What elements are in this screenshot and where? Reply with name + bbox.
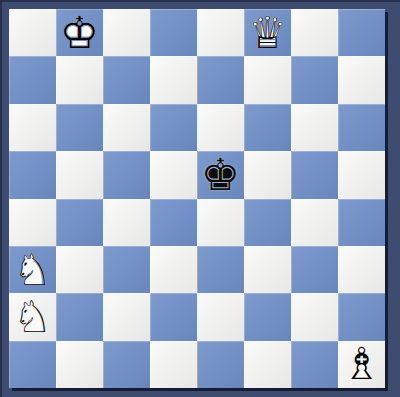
square-c6[interactable] bbox=[103, 104, 150, 151]
square-f5[interactable] bbox=[244, 151, 291, 198]
piece-white-knight[interactable]: ♞♘ bbox=[9, 246, 56, 293]
square-g6[interactable] bbox=[291, 104, 338, 151]
square-g1[interactable] bbox=[291, 341, 338, 388]
square-e3[interactable] bbox=[197, 246, 244, 293]
queen-glyph-outline: ♕ bbox=[244, 9, 291, 56]
square-b2[interactable] bbox=[56, 293, 103, 340]
square-a4[interactable] bbox=[9, 199, 56, 246]
piece-white-queen[interactable]: ♛♕ bbox=[244, 9, 291, 56]
square-h4[interactable] bbox=[338, 199, 385, 246]
square-e6[interactable] bbox=[197, 104, 244, 151]
square-b4[interactable] bbox=[56, 199, 103, 246]
square-d4[interactable] bbox=[150, 199, 197, 246]
square-b6[interactable] bbox=[56, 104, 103, 151]
square-c1[interactable] bbox=[103, 341, 150, 388]
square-f1[interactable] bbox=[244, 341, 291, 388]
square-a7[interactable] bbox=[9, 56, 56, 103]
square-g4[interactable] bbox=[291, 199, 338, 246]
square-a6[interactable] bbox=[9, 104, 56, 151]
square-f4[interactable] bbox=[244, 199, 291, 246]
square-c5[interactable] bbox=[103, 151, 150, 198]
square-g5[interactable] bbox=[291, 151, 338, 198]
square-h2[interactable] bbox=[338, 293, 385, 340]
piece-white-bishop[interactable]: ♝♗ bbox=[338, 341, 385, 388]
square-a3[interactable]: ♞♘ bbox=[9, 246, 56, 293]
square-g7[interactable] bbox=[291, 56, 338, 103]
square-d8[interactable] bbox=[150, 9, 197, 56]
square-e8[interactable] bbox=[197, 9, 244, 56]
square-c8[interactable] bbox=[103, 9, 150, 56]
square-f8[interactable]: ♛♕ bbox=[244, 9, 291, 56]
square-h1[interactable]: ♝♗ bbox=[338, 341, 385, 388]
square-b3[interactable] bbox=[56, 246, 103, 293]
square-d5[interactable] bbox=[150, 151, 197, 198]
square-a1[interactable] bbox=[9, 341, 56, 388]
square-b8[interactable]: ♚♔ bbox=[56, 9, 103, 56]
square-a8[interactable] bbox=[9, 9, 56, 56]
square-e2[interactable] bbox=[197, 293, 244, 340]
square-h7[interactable] bbox=[338, 56, 385, 103]
square-e1[interactable] bbox=[197, 341, 244, 388]
square-b5[interactable] bbox=[56, 151, 103, 198]
square-a5[interactable] bbox=[9, 151, 56, 198]
chess-board: ♚♔♛♕♚♞♘♞♘♝♗ bbox=[9, 9, 385, 388]
square-e4[interactable] bbox=[197, 199, 244, 246]
piece-white-knight[interactable]: ♞♘ bbox=[9, 293, 56, 340]
square-f7[interactable] bbox=[244, 56, 291, 103]
square-g2[interactable] bbox=[291, 293, 338, 340]
square-h5[interactable] bbox=[338, 151, 385, 198]
square-c2[interactable] bbox=[103, 293, 150, 340]
square-f6[interactable] bbox=[244, 104, 291, 151]
square-h6[interactable] bbox=[338, 104, 385, 151]
square-e5[interactable]: ♚ bbox=[197, 151, 244, 198]
king-glyph-outline: ♔ bbox=[56, 9, 103, 56]
square-g3[interactable] bbox=[291, 246, 338, 293]
bishop-glyph-outline: ♗ bbox=[338, 341, 385, 388]
chess-board-frame: ♚♔♛♕♚♞♘♞♘♝♗ bbox=[0, 0, 400, 397]
square-d7[interactable] bbox=[150, 56, 197, 103]
square-h3[interactable] bbox=[338, 246, 385, 293]
square-d1[interactable] bbox=[150, 341, 197, 388]
square-b1[interactable] bbox=[56, 341, 103, 388]
square-d6[interactable] bbox=[150, 104, 197, 151]
square-d2[interactable] bbox=[150, 293, 197, 340]
knight-glyph-outline: ♘ bbox=[9, 246, 56, 293]
square-c7[interactable] bbox=[103, 56, 150, 103]
piece-white-king[interactable]: ♚♔ bbox=[56, 9, 103, 56]
square-c4[interactable] bbox=[103, 199, 150, 246]
square-a2[interactable]: ♞♘ bbox=[9, 293, 56, 340]
square-c3[interactable] bbox=[103, 246, 150, 293]
knight-glyph-outline: ♘ bbox=[9, 293, 56, 340]
square-g8[interactable] bbox=[291, 9, 338, 56]
square-b7[interactable] bbox=[56, 56, 103, 103]
square-f2[interactable] bbox=[244, 293, 291, 340]
square-e7[interactable] bbox=[197, 56, 244, 103]
square-d3[interactable] bbox=[150, 246, 197, 293]
square-f3[interactable] bbox=[244, 246, 291, 293]
square-h8[interactable] bbox=[338, 9, 385, 56]
piece-black-king[interactable]: ♚ bbox=[197, 151, 244, 198]
